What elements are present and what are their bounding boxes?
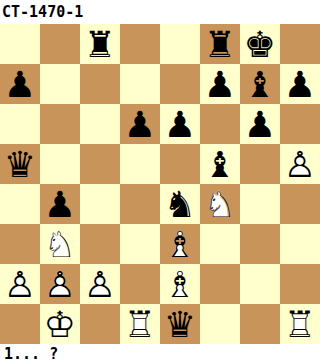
square-d3[interactable]: [120, 224, 160, 264]
square-e6[interactable]: ♟: [160, 104, 200, 144]
square-h1[interactable]: ♜♖: [280, 304, 320, 344]
square-b3[interactable]: ♞♘: [40, 224, 80, 264]
black-bishop: ♝: [200, 144, 240, 184]
square-c6[interactable]: [80, 104, 120, 144]
black-king: ♚: [240, 24, 280, 64]
black-pawn: ♟: [0, 64, 40, 104]
square-e7[interactable]: [160, 64, 200, 104]
square-b2[interactable]: ♟♙: [40, 264, 80, 304]
white-pawn: ♟♙: [280, 144, 320, 184]
square-c5[interactable]: [80, 144, 120, 184]
square-b7[interactable]: [40, 64, 80, 104]
square-e4[interactable]: ♞: [160, 184, 200, 224]
square-h4[interactable]: [280, 184, 320, 224]
black-pawn: ♟: [200, 64, 240, 104]
square-a1[interactable]: [0, 304, 40, 344]
square-b5[interactable]: [40, 144, 80, 184]
white-rook: ♜♖: [120, 304, 160, 344]
square-c3[interactable]: [80, 224, 120, 264]
square-e8[interactable]: [160, 24, 200, 64]
square-f5[interactable]: ♝: [200, 144, 240, 184]
square-d4[interactable]: [120, 184, 160, 224]
square-d2[interactable]: [120, 264, 160, 304]
square-a6[interactable]: [0, 104, 40, 144]
square-a2[interactable]: ♟♙: [0, 264, 40, 304]
white-pawn: ♟♙: [40, 264, 80, 304]
white-pawn: ♟♙: [80, 264, 120, 304]
square-e2[interactable]: ♝♗: [160, 264, 200, 304]
square-h8[interactable]: [280, 24, 320, 64]
puzzle-title: CT-1470-1: [0, 0, 320, 24]
chess-board: ♜♜♚♟♟♝♟♟♟♟♛♝♟♙♟♞♞♘♞♘♝♗♟♙♟♙♟♙♝♗♚♔♜♖♛♜♖: [0, 24, 320, 344]
square-d6[interactable]: ♟: [120, 104, 160, 144]
square-g8[interactable]: ♚: [240, 24, 280, 64]
square-c8[interactable]: ♜: [80, 24, 120, 64]
square-d1[interactable]: ♜♖: [120, 304, 160, 344]
black-queen: ♛: [0, 144, 40, 184]
square-b1[interactable]: ♚♔: [40, 304, 80, 344]
square-c4[interactable]: [80, 184, 120, 224]
square-h7[interactable]: ♟: [280, 64, 320, 104]
square-a4[interactable]: [0, 184, 40, 224]
square-g4[interactable]: [240, 184, 280, 224]
square-g7[interactable]: ♝: [240, 64, 280, 104]
black-rook: ♜: [200, 24, 240, 64]
square-a3[interactable]: [0, 224, 40, 264]
square-a7[interactable]: ♟: [0, 64, 40, 104]
white-knight: ♞♘: [40, 224, 80, 264]
square-f8[interactable]: ♜: [200, 24, 240, 64]
square-a5[interactable]: ♛: [0, 144, 40, 184]
square-b4[interactable]: ♟: [40, 184, 80, 224]
square-h5[interactable]: ♟♙: [280, 144, 320, 184]
square-g3[interactable]: [240, 224, 280, 264]
square-g5[interactable]: [240, 144, 280, 184]
black-pawn: ♟: [240, 104, 280, 144]
black-queen: ♛: [160, 304, 200, 344]
black-pawn: ♟: [40, 184, 80, 224]
black-pawn: ♟: [160, 104, 200, 144]
square-g2[interactable]: [240, 264, 280, 304]
square-d7[interactable]: [120, 64, 160, 104]
square-d5[interactable]: [120, 144, 160, 184]
square-h3[interactable]: [280, 224, 320, 264]
square-e3[interactable]: ♝♗: [160, 224, 200, 264]
square-b8[interactable]: [40, 24, 80, 64]
white-bishop: ♝♗: [160, 224, 200, 264]
square-h6[interactable]: [280, 104, 320, 144]
square-f3[interactable]: [200, 224, 240, 264]
square-c7[interactable]: [80, 64, 120, 104]
black-bishop: ♝: [240, 64, 280, 104]
white-king: ♚♔: [40, 304, 80, 344]
square-d8[interactable]: [120, 24, 160, 64]
move-prompt: 1... ?: [0, 344, 320, 360]
black-knight: ♞: [160, 184, 200, 224]
square-a8[interactable]: [0, 24, 40, 64]
square-c2[interactable]: ♟♙: [80, 264, 120, 304]
square-f6[interactable]: [200, 104, 240, 144]
square-c1[interactable]: [80, 304, 120, 344]
white-pawn: ♟♙: [0, 264, 40, 304]
square-e5[interactable]: [160, 144, 200, 184]
square-f7[interactable]: ♟: [200, 64, 240, 104]
square-g6[interactable]: ♟: [240, 104, 280, 144]
black-rook: ♜: [80, 24, 120, 64]
square-e1[interactable]: ♛: [160, 304, 200, 344]
square-f2[interactable]: [200, 264, 240, 304]
black-pawn: ♟: [120, 104, 160, 144]
white-knight: ♞♘: [200, 184, 240, 224]
square-h2[interactable]: [280, 264, 320, 304]
square-f1[interactable]: [200, 304, 240, 344]
black-pawn: ♟: [280, 64, 320, 104]
chess-puzzle-page: CT-1470-1 ♜♜♚♟♟♝♟♟♟♟♛♝♟♙♟♞♞♘♞♘♝♗♟♙♟♙♟♙♝♗…: [0, 0, 320, 360]
square-f4[interactable]: ♞♘: [200, 184, 240, 224]
white-rook: ♜♖: [280, 304, 320, 344]
white-bishop: ♝♗: [160, 264, 200, 304]
square-g1[interactable]: [240, 304, 280, 344]
square-b6[interactable]: [40, 104, 80, 144]
